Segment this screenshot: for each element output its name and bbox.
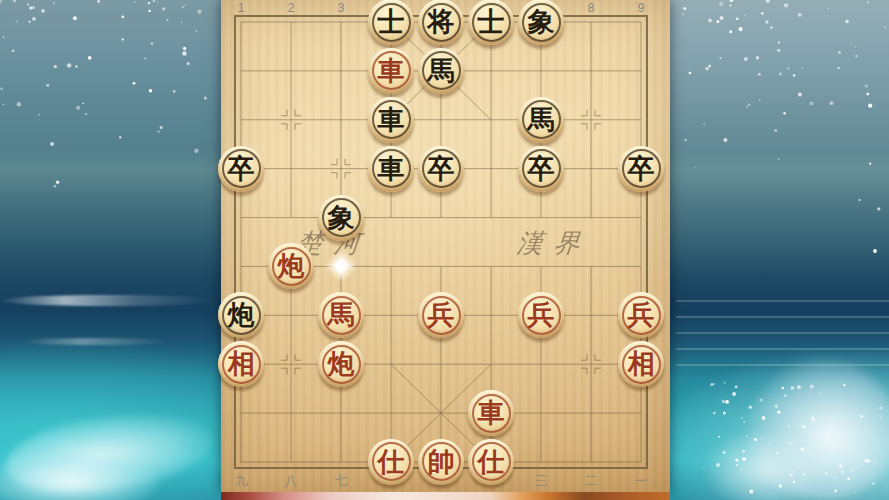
piece-red-elephant-2[interactable]: 相 (618, 341, 664, 387)
piece-glyph: 相 (228, 350, 255, 377)
piece-black-horse-2[interactable]: 馬 (518, 97, 564, 143)
piece-glyph: 卒 (428, 155, 455, 182)
piece-black-chariot-1[interactable]: 車 (368, 97, 414, 143)
piece-red-cannon-1[interactable]: 炮 (268, 243, 314, 289)
piece-glyph: 車 (378, 155, 405, 182)
piece-glyph: 卒 (228, 155, 255, 182)
piece-glyph: 士 (478, 8, 505, 35)
piece-black-soldier-3[interactable]: 卒 (518, 146, 564, 192)
piece-glyph: 兵 (628, 301, 655, 328)
piece-black-soldier-4[interactable]: 卒 (618, 146, 664, 192)
piece-red-chariot-1[interactable]: 車 (368, 48, 414, 94)
xiangqi-board[interactable]: 123456789 九八七六五四三二一 楚河 漢界 士将士象車馬車馬卒車卒卒卒象… (221, 0, 670, 492)
piece-glyph: 炮 (328, 350, 355, 377)
piece-red-general[interactable]: 帥 (418, 439, 464, 485)
piece-black-chariot-2[interactable]: 車 (368, 146, 414, 192)
piece-glyph: 士 (378, 8, 405, 35)
piece-glyph: 仕 (378, 448, 405, 475)
piece-red-soldier-3[interactable]: 兵 (618, 292, 664, 338)
piece-glyph: 馬 (528, 106, 555, 133)
piece-glyph: 兵 (428, 301, 455, 328)
piece-glyph: 車 (478, 399, 505, 426)
piece-glyph: 卒 (528, 155, 555, 182)
piece-black-soldier-1[interactable]: 卒 (218, 146, 264, 192)
piece-black-advisor-1[interactable]: 士 (368, 0, 414, 45)
piece-glyph: 車 (378, 106, 405, 133)
piece-glyph: 象 (528, 8, 555, 35)
piece-red-soldier-1[interactable]: 兵 (418, 292, 464, 338)
piece-red-chariot-2[interactable]: 車 (468, 390, 514, 436)
piece-glyph: 将 (428, 8, 455, 35)
piece-red-cannon-2[interactable]: 炮 (318, 341, 364, 387)
piece-black-cannon-1[interactable]: 炮 (218, 292, 264, 338)
game-screen: 123456789 九八七六五四三二一 楚河 漢界 士将士象車馬車馬卒車卒卒卒象… (0, 0, 889, 500)
piece-glyph: 相 (628, 350, 655, 377)
piece-red-horse-1[interactable]: 馬 (318, 292, 364, 338)
piece-grid: 士将士象車馬車馬卒車卒卒卒象炮炮馬兵兵兵相炮相車仕帥仕 (216, 0, 666, 486)
piece-glyph: 炮 (278, 252, 305, 279)
piece-red-soldier-2[interactable]: 兵 (518, 292, 564, 338)
piece-red-advisor-1[interactable]: 仕 (368, 439, 414, 485)
piece-black-general[interactable]: 将 (418, 0, 464, 45)
piece-glyph: 卒 (628, 155, 655, 182)
piece-black-elephant-1[interactable]: 象 (518, 0, 564, 45)
piece-glyph: 炮 (228, 301, 255, 328)
piece-black-horse-1[interactable]: 馬 (418, 48, 464, 94)
ocean-mist (670, 0, 889, 290)
piece-glyph: 馬 (428, 57, 455, 84)
piece-black-elephant-2[interactable]: 象 (318, 195, 364, 241)
piece-black-soldier-2[interactable]: 卒 (418, 146, 464, 192)
piece-black-advisor-2[interactable]: 士 (468, 0, 514, 45)
piece-glyph: 馬 (328, 301, 355, 328)
piece-red-elephant-1[interactable]: 相 (218, 341, 264, 387)
bottom-banner-strip (221, 492, 670, 500)
piece-glyph: 象 (328, 204, 355, 231)
piece-glyph: 帥 (428, 448, 455, 475)
piece-glyph: 車 (378, 57, 405, 84)
piece-glyph: 兵 (528, 301, 555, 328)
piece-glyph: 仕 (478, 448, 505, 475)
piece-red-advisor-2[interactable]: 仕 (468, 439, 514, 485)
